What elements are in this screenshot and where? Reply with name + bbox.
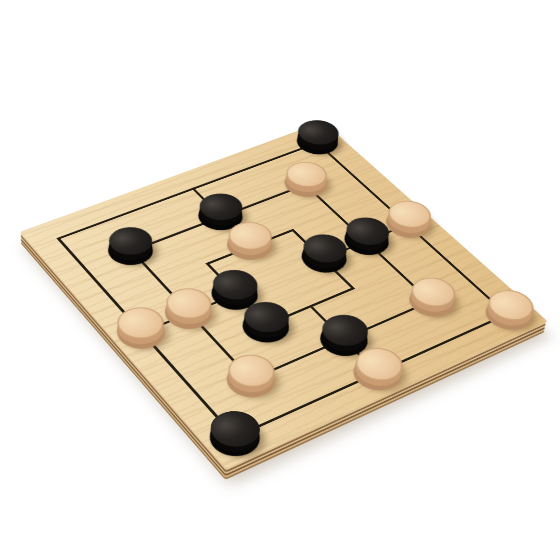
white-piece[interactable]: [403, 272, 465, 312]
point-b2[interactable]: [211, 353, 291, 409]
black-piece[interactable]: [202, 405, 269, 453]
photo-background: [0, 0, 560, 560]
white-piece[interactable]: [480, 285, 542, 326]
white-piece[interactable]: [380, 196, 439, 232]
white-piece[interactable]: [278, 157, 335, 192]
black-piece[interactable]: [101, 222, 161, 260]
black-piece[interactable]: [291, 116, 346, 149]
board-surface: [20, 122, 548, 469]
point-f2[interactable]: [394, 277, 471, 327]
morris-board: [20, 122, 548, 469]
white-piece[interactable]: [219, 349, 284, 394]
point-g7[interactable]: [283, 122, 352, 163]
points-grid: [20, 122, 548, 469]
